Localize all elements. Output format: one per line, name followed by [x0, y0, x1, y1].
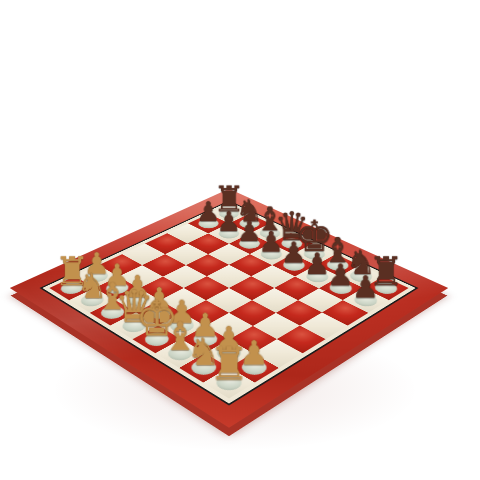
- square-h7[interactable]: ♟: [343, 288, 389, 313]
- square-h1[interactable]: ♜: [203, 368, 254, 399]
- photo-scene: ♜♞♝♛♚♝♞♜♟♟♟♟♟♟♟♟♟♟♟♟♟♟♟♟♜♞♝♛♚♝♞♜: [0, 0, 480, 480]
- piece-white-rook[interactable]: ♜: [209, 341, 250, 387]
- piece-black-pawn[interactable]: ♟: [328, 260, 355, 290]
- square-d5[interactable]: [207, 265, 251, 288]
- piece-black-pawn[interactable]: ♟: [352, 272, 379, 303]
